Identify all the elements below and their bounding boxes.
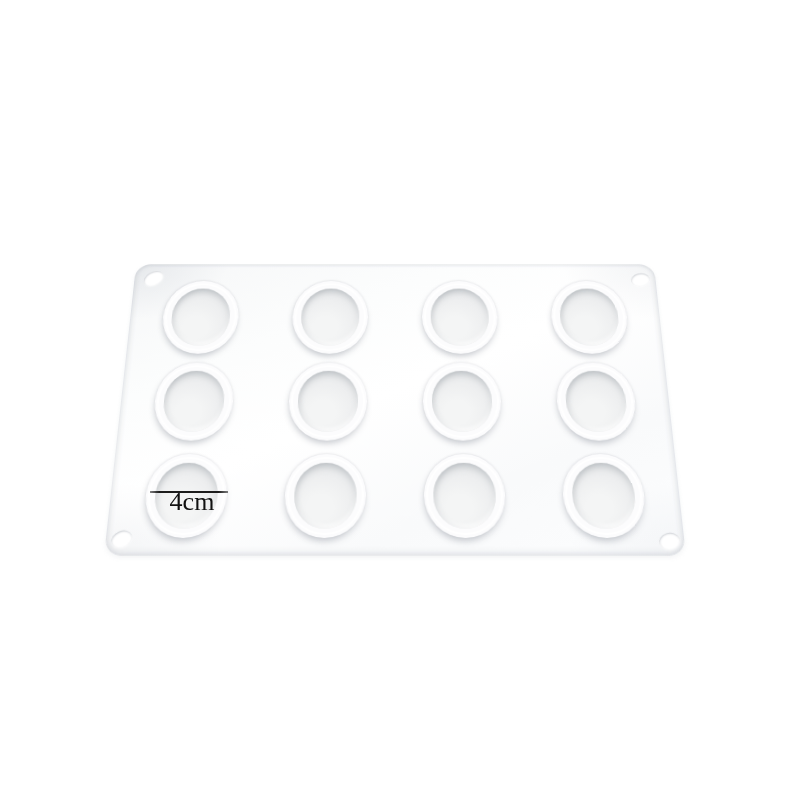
corner-hole-bottom-right [656,530,682,552]
mold-cavity-r3c2 [283,454,366,538]
mold-cavity-r1c4 [549,281,630,354]
mold-cavity-r1c1 [160,281,241,354]
mold-cavity-r2c2 [287,363,367,441]
mold-cavity-r1c2 [291,281,368,354]
mold-cavity-r2c1 [151,363,235,441]
measurement-label: 4cm [168,489,216,515]
corner-hole-top-right [629,272,652,289]
corner-hole-bottom-left [109,527,135,551]
mold-cavity-r3c4 [560,454,648,538]
product-photo: 4cm [0,0,800,800]
mold-cavity-r2c3 [423,363,503,441]
mold-cavity-r1c3 [422,281,499,354]
mold-cavity-r3c3 [424,454,507,538]
mold-cavity-r2c4 [554,363,638,441]
corner-hole-top-left [141,268,167,290]
